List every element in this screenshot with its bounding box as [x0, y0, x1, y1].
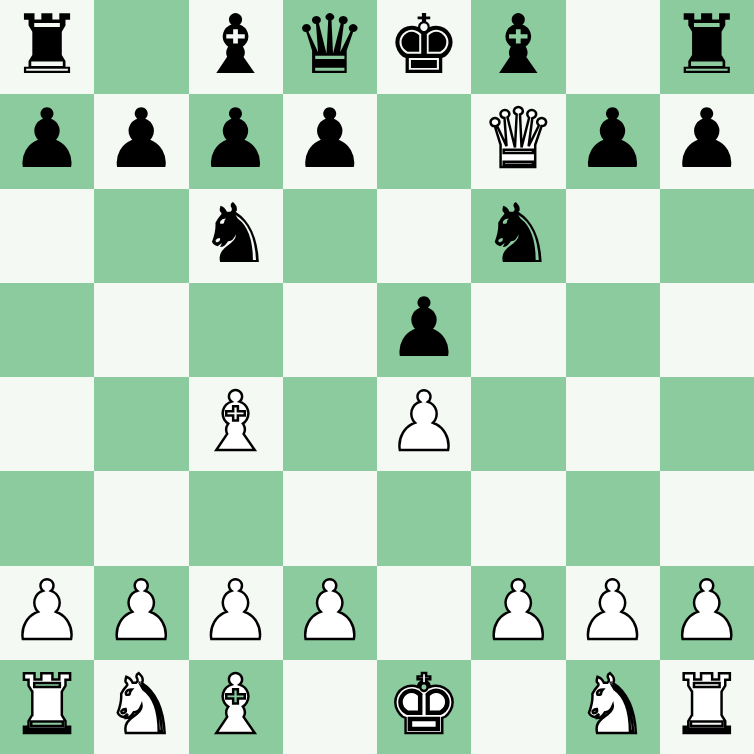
- square-b4[interactable]: [94, 377, 188, 471]
- black-queen-icon[interactable]: ♛: [293, 4, 367, 86]
- square-a2[interactable]: ♟: [0, 566, 94, 660]
- square-b1[interactable]: ♞: [94, 660, 188, 754]
- square-a5[interactable]: [0, 283, 94, 377]
- square-e3[interactable]: [377, 471, 471, 565]
- square-e6[interactable]: [377, 189, 471, 283]
- white-pawn-icon[interactable]: ♟: [199, 570, 273, 652]
- black-rook-icon[interactable]: ♜: [670, 4, 744, 86]
- black-pawn-icon[interactable]: ♟: [293, 98, 367, 180]
- chess-board-container: ♜♝♛♚♝♜♟♟♟♟♛♟♟♞♞♟♝♟♟♟♟♟♟♟♟♜♞♝♚♞♜: [0, 0, 754, 754]
- square-e7[interactable]: [377, 94, 471, 188]
- square-g8[interactable]: [566, 0, 660, 94]
- square-c4[interactable]: ♝: [189, 377, 283, 471]
- square-f8[interactable]: ♝: [471, 0, 565, 94]
- chess-board: ♜♝♛♚♝♜♟♟♟♟♛♟♟♞♞♟♝♟♟♟♟♟♟♟♟♜♞♝♚♞♜: [0, 0, 754, 754]
- black-pawn-icon[interactable]: ♟: [576, 98, 650, 180]
- white-pawn-icon[interactable]: ♟: [387, 381, 461, 463]
- square-e1[interactable]: ♚: [377, 660, 471, 754]
- square-e5[interactable]: ♟: [377, 283, 471, 377]
- square-f3[interactable]: [471, 471, 565, 565]
- square-d1[interactable]: [283, 660, 377, 754]
- square-c3[interactable]: [189, 471, 283, 565]
- square-h6[interactable]: [660, 189, 754, 283]
- white-pawn-icon[interactable]: ♟: [293, 570, 367, 652]
- square-e4[interactable]: ♟: [377, 377, 471, 471]
- square-c5[interactable]: [189, 283, 283, 377]
- black-knight-icon[interactable]: ♞: [199, 193, 273, 275]
- square-c6[interactable]: ♞: [189, 189, 283, 283]
- black-pawn-icon[interactable]: ♟: [670, 98, 744, 180]
- square-d6[interactable]: [283, 189, 377, 283]
- square-a3[interactable]: [0, 471, 94, 565]
- square-d5[interactable]: [283, 283, 377, 377]
- black-rook-icon[interactable]: ♜: [10, 4, 84, 86]
- square-f2[interactable]: ♟: [471, 566, 565, 660]
- black-pawn-icon[interactable]: ♟: [387, 287, 461, 369]
- square-a4[interactable]: [0, 377, 94, 471]
- square-c7[interactable]: ♟: [189, 94, 283, 188]
- white-pawn-icon[interactable]: ♟: [10, 570, 84, 652]
- black-bishop-icon[interactable]: ♝: [482, 4, 556, 86]
- square-d3[interactable]: [283, 471, 377, 565]
- white-pawn-icon[interactable]: ♟: [105, 570, 179, 652]
- square-b7[interactable]: ♟: [94, 94, 188, 188]
- square-g3[interactable]: [566, 471, 660, 565]
- white-bishop-icon[interactable]: ♝: [199, 381, 273, 463]
- square-g6[interactable]: [566, 189, 660, 283]
- square-f4[interactable]: [471, 377, 565, 471]
- white-pawn-icon[interactable]: ♟: [576, 570, 650, 652]
- square-a6[interactable]: [0, 189, 94, 283]
- white-pawn-icon[interactable]: ♟: [482, 570, 556, 652]
- square-e2[interactable]: [377, 566, 471, 660]
- square-h3[interactable]: [660, 471, 754, 565]
- white-rook-icon[interactable]: ♜: [670, 664, 744, 746]
- white-knight-icon[interactable]: ♞: [105, 664, 179, 746]
- square-f7[interactable]: ♛: [471, 94, 565, 188]
- black-pawn-icon[interactable]: ♟: [10, 98, 84, 180]
- square-f6[interactable]: ♞: [471, 189, 565, 283]
- black-king-icon[interactable]: ♚: [387, 4, 461, 86]
- square-c2[interactable]: ♟: [189, 566, 283, 660]
- square-c8[interactable]: ♝: [189, 0, 283, 94]
- square-g1[interactable]: ♞: [566, 660, 660, 754]
- black-bishop-icon[interactable]: ♝: [199, 4, 273, 86]
- square-h2[interactable]: ♟: [660, 566, 754, 660]
- square-b3[interactable]: [94, 471, 188, 565]
- white-queen-icon[interactable]: ♛: [482, 98, 556, 180]
- square-h4[interactable]: [660, 377, 754, 471]
- white-rook-icon[interactable]: ♜: [10, 664, 84, 746]
- square-f1[interactable]: [471, 660, 565, 754]
- square-a8[interactable]: ♜: [0, 0, 94, 94]
- square-b8[interactable]: [94, 0, 188, 94]
- square-d7[interactable]: ♟: [283, 94, 377, 188]
- square-a7[interactable]: ♟: [0, 94, 94, 188]
- white-king-icon[interactable]: ♚: [387, 664, 461, 746]
- square-c1[interactable]: ♝: [189, 660, 283, 754]
- white-pawn-icon[interactable]: ♟: [670, 570, 744, 652]
- square-d4[interactable]: [283, 377, 377, 471]
- black-knight-icon[interactable]: ♞: [482, 193, 556, 275]
- square-b2[interactable]: ♟: [94, 566, 188, 660]
- square-h7[interactable]: ♟: [660, 94, 754, 188]
- square-g2[interactable]: ♟: [566, 566, 660, 660]
- white-knight-icon[interactable]: ♞: [576, 664, 650, 746]
- square-g5[interactable]: [566, 283, 660, 377]
- square-d2[interactable]: ♟: [283, 566, 377, 660]
- black-pawn-icon[interactable]: ♟: [199, 98, 273, 180]
- square-b6[interactable]: [94, 189, 188, 283]
- square-h5[interactable]: [660, 283, 754, 377]
- square-h1[interactable]: ♜: [660, 660, 754, 754]
- square-a1[interactable]: ♜: [0, 660, 94, 754]
- square-g4[interactable]: [566, 377, 660, 471]
- square-f5[interactable]: [471, 283, 565, 377]
- square-b5[interactable]: [94, 283, 188, 377]
- white-bishop-icon[interactable]: ♝: [199, 664, 273, 746]
- square-h8[interactable]: ♜: [660, 0, 754, 94]
- square-g7[interactable]: ♟: [566, 94, 660, 188]
- black-pawn-icon[interactable]: ♟: [105, 98, 179, 180]
- square-d8[interactable]: ♛: [283, 0, 377, 94]
- square-e8[interactable]: ♚: [377, 0, 471, 94]
